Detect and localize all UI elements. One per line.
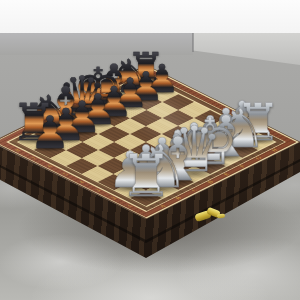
- piece-white-rook-a1[interactable]: ♜: [120, 147, 172, 206]
- piece-black-pawn-a7[interactable]: ♟: [30, 110, 70, 155]
- pieces-layer: ♜♞♟♝♟♚♟♟♛♝♟♞♟♟♜♟♟♜♟♟♞♟♝♟♚♟♛♟♝♟♞♜: [0, 0, 300, 300]
- chess-set-photo: ABCDEFGH 87654321 ♜♞♟♝♟♚♟♟♛♝♟♞♟♟♜♟♟♜♟♟♞♟…: [0, 0, 300, 300]
- latch-tip-icon: [217, 213, 225, 218]
- brass-latch[interactable]: [193, 204, 227, 228]
